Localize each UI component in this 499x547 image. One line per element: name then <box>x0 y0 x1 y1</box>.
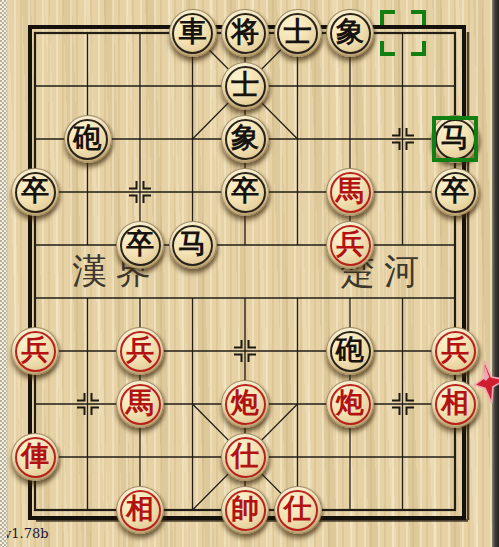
piece-glyph: 砲 <box>336 336 364 364</box>
piece-glyph: 卒 <box>441 177 469 205</box>
board-point: 砲 <box>61 113 114 166</box>
board-point: 車 <box>166 7 219 60</box>
piece-red-cannon[interactable]: 炮 <box>326 380 374 428</box>
piece-black-chariot[interactable]: 車 <box>169 9 217 57</box>
piece-glyph: 砲 <box>74 124 102 152</box>
xiangqi-app-window: 漢界 楚河 車将士象士砲象马卒卒馬卒卒马兵兵兵砲兵馬炮炮相俥仕相帥仕 v1.78… <box>0 0 499 547</box>
piece-glyph: 馬 <box>336 177 364 205</box>
piece-black-general[interactable]: 将 <box>221 9 269 57</box>
piece-black-soldier[interactable]: 卒 <box>116 221 164 269</box>
piece-glyph: 士 <box>231 71 259 99</box>
piece-red-general[interactable]: 帥 <box>221 486 269 534</box>
last-move-source-marker <box>376 7 429 60</box>
star-cursor-icon <box>472 358 499 406</box>
board-point: 馬 <box>114 378 167 431</box>
piece-black-elephant[interactable]: 象 <box>221 115 269 163</box>
piece-glyph: 炮 <box>336 389 364 417</box>
piece-red-cannon[interactable]: 炮 <box>221 380 269 428</box>
piece-glyph: 马 <box>179 230 207 258</box>
piece-glyph: 卒 <box>231 177 259 205</box>
piece-glyph: 兵 <box>21 336 49 364</box>
board-point: 仕 <box>219 431 272 484</box>
piece-black-cannon[interactable]: 砲 <box>64 115 112 163</box>
piece-glyph: 相 <box>126 495 154 523</box>
piece-glyph: 車 <box>179 18 207 46</box>
board-point: 馬 <box>324 166 377 219</box>
piece-black-elephant[interactable]: 象 <box>326 9 374 57</box>
board-point: 马 <box>166 219 219 272</box>
piece-black-advisor[interactable]: 士 <box>274 9 322 57</box>
board-point: 象 <box>324 7 377 60</box>
board-point: 炮 <box>219 378 272 431</box>
point-marker <box>376 113 429 166</box>
board-point: 兵 <box>9 325 62 378</box>
point-marker <box>219 325 272 378</box>
piece-red-soldier[interactable]: 兵 <box>11 327 59 375</box>
board-point: 卒 <box>9 166 62 219</box>
board-point: 兵 <box>114 325 167 378</box>
piece-glyph: 帥 <box>231 495 259 523</box>
board-point: 相 <box>114 484 167 537</box>
piece-red-soldier[interactable]: 兵 <box>326 221 374 269</box>
board-point: 士 <box>271 7 324 60</box>
piece-glyph: 炮 <box>231 389 259 417</box>
piece-black-horse[interactable]: 马 <box>169 221 217 269</box>
piece-glyph: 兵 <box>336 230 364 258</box>
point-marker <box>376 378 429 431</box>
piece-glyph: 相 <box>441 389 469 417</box>
window-edge-left <box>0 0 7 547</box>
board-point: 将 <box>219 7 272 60</box>
piece-black-cannon[interactable]: 砲 <box>326 327 374 375</box>
piece-glyph: 卒 <box>126 230 154 258</box>
piece-red-soldier[interactable]: 兵 <box>116 327 164 375</box>
piece-black-soldier[interactable]: 卒 <box>221 168 269 216</box>
piece-glyph: 兵 <box>126 336 154 364</box>
board-point: 俥 <box>9 431 62 484</box>
version-label: v1.78b <box>4 526 49 541</box>
board-point: 卒 <box>219 166 272 219</box>
piece-black-advisor[interactable]: 士 <box>221 62 269 110</box>
piece-black-soldier[interactable]: 卒 <box>431 168 479 216</box>
board-point: 象 <box>219 113 272 166</box>
board-point: 砲 <box>324 325 377 378</box>
board-point: 仕 <box>271 484 324 537</box>
piece-glyph: 俥 <box>21 442 49 470</box>
point-marker <box>114 166 167 219</box>
piece-glyph: 仕 <box>284 495 312 523</box>
piece-red-chariot[interactable]: 俥 <box>11 433 59 481</box>
xiangqi-board: 車将士象士砲象马卒卒馬卒卒马兵兵兵砲兵馬炮炮相俥仕相帥仕 <box>9 7 482 537</box>
window-edge-right <box>492 0 499 547</box>
point-marker <box>61 378 114 431</box>
piece-red-advisor[interactable]: 仕 <box>274 486 322 534</box>
piece-glyph: 象 <box>336 18 364 46</box>
piece-glyph: 兵 <box>441 336 469 364</box>
piece-glyph: 士 <box>284 18 312 46</box>
piece-glyph: 馬 <box>126 389 154 417</box>
last-move-destination-marker <box>429 113 482 166</box>
piece-glyph: 卒 <box>21 177 49 205</box>
piece-glyph: 象 <box>231 124 259 152</box>
piece-red-horse[interactable]: 馬 <box>326 168 374 216</box>
piece-black-soldier[interactable]: 卒 <box>11 168 59 216</box>
piece-glyph: 仕 <box>231 442 259 470</box>
piece-red-elephant[interactable]: 相 <box>116 486 164 534</box>
board-point: 士 <box>219 60 272 113</box>
board-point: 卒 <box>429 166 482 219</box>
board-point: 帥 <box>219 484 272 537</box>
board-point: 兵 <box>324 219 377 272</box>
board-point: 炮 <box>324 378 377 431</box>
board-point: 卒 <box>114 219 167 272</box>
piece-red-advisor[interactable]: 仕 <box>221 433 269 481</box>
piece-glyph: 将 <box>231 18 259 46</box>
piece-red-horse[interactable]: 馬 <box>116 380 164 428</box>
